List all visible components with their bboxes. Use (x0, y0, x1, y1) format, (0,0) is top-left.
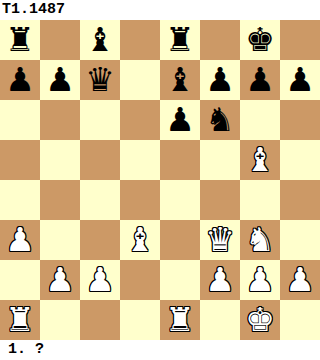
square-h1[interactable] (280, 300, 320, 340)
square-a2[interactable] (0, 260, 40, 300)
piece-white-pawn[interactable]: ♟ (245, 260, 275, 300)
square-d8[interactable] (120, 20, 160, 60)
piece-black-pawn[interactable]: ♟ (245, 60, 275, 100)
piece-white-pawn[interactable]: ♟ (5, 220, 35, 260)
piece-black-bishop[interactable]: ♝ (85, 20, 115, 60)
square-a7[interactable]: ♟ (0, 60, 40, 100)
square-h2[interactable]: ♟ (280, 260, 320, 300)
square-f1[interactable] (200, 300, 240, 340)
square-e6[interactable]: ♟ (160, 100, 200, 140)
square-d7[interactable] (120, 60, 160, 100)
puzzle-id-label: T1.1487 (0, 0, 320, 20)
piece-white-pawn[interactable]: ♟ (45, 260, 75, 300)
piece-white-bishop[interactable]: ♝ (125, 220, 155, 260)
square-f6[interactable]: ♞ (200, 100, 240, 140)
square-a1[interactable]: ♜ (0, 300, 40, 340)
square-f2[interactable]: ♟ (200, 260, 240, 300)
piece-black-bishop[interactable]: ♝ (165, 60, 195, 100)
square-c7[interactable]: ♛ (80, 60, 120, 100)
square-d1[interactable] (120, 300, 160, 340)
square-c4[interactable] (80, 180, 120, 220)
square-f8[interactable] (200, 20, 240, 60)
piece-white-rook[interactable]: ♜ (165, 300, 195, 340)
square-b7[interactable]: ♟ (40, 60, 80, 100)
square-c3[interactable] (80, 220, 120, 260)
piece-white-pawn[interactable]: ♟ (285, 260, 315, 300)
square-e1[interactable]: ♜ (160, 300, 200, 340)
square-g2[interactable]: ♟ (240, 260, 280, 300)
move-prompt: 1. ? (0, 340, 320, 360)
square-g8[interactable]: ♚ (240, 20, 280, 60)
piece-white-knight[interactable]: ♞ (245, 220, 275, 260)
square-c2[interactable]: ♟ (80, 260, 120, 300)
square-g7[interactable]: ♟ (240, 60, 280, 100)
square-b1[interactable] (40, 300, 80, 340)
square-e5[interactable] (160, 140, 200, 180)
square-f7[interactable]: ♟ (200, 60, 240, 100)
square-e2[interactable] (160, 260, 200, 300)
square-e7[interactable]: ♝ (160, 60, 200, 100)
square-g5[interactable]: ♝ (240, 140, 280, 180)
square-c5[interactable] (80, 140, 120, 180)
piece-black-rook[interactable]: ♜ (5, 20, 35, 60)
square-a5[interactable] (0, 140, 40, 180)
square-g1[interactable]: ♚ (240, 300, 280, 340)
square-g6[interactable] (240, 100, 280, 140)
square-h6[interactable] (280, 100, 320, 140)
piece-white-rook[interactable]: ♜ (5, 300, 35, 340)
square-f3[interactable]: ♛ (200, 220, 240, 260)
square-a4[interactable] (0, 180, 40, 220)
square-d5[interactable] (120, 140, 160, 180)
square-d4[interactable] (120, 180, 160, 220)
square-e3[interactable] (160, 220, 200, 260)
square-a8[interactable]: ♜ (0, 20, 40, 60)
square-g3[interactable]: ♞ (240, 220, 280, 260)
square-b4[interactable] (40, 180, 80, 220)
square-d3[interactable]: ♝ (120, 220, 160, 260)
piece-black-pawn[interactable]: ♟ (165, 100, 195, 140)
square-e4[interactable] (160, 180, 200, 220)
square-a6[interactable] (0, 100, 40, 140)
piece-white-king[interactable]: ♚ (245, 300, 275, 340)
square-b6[interactable] (40, 100, 80, 140)
square-f5[interactable] (200, 140, 240, 180)
square-a3[interactable]: ♟ (0, 220, 40, 260)
square-b3[interactable] (40, 220, 80, 260)
square-e8[interactable]: ♜ (160, 20, 200, 60)
square-d6[interactable] (120, 100, 160, 140)
piece-black-pawn[interactable]: ♟ (5, 60, 35, 100)
square-h8[interactable] (280, 20, 320, 60)
square-d2[interactable] (120, 260, 160, 300)
piece-black-king[interactable]: ♚ (245, 20, 275, 60)
square-b2[interactable]: ♟ (40, 260, 80, 300)
square-h5[interactable] (280, 140, 320, 180)
piece-black-pawn[interactable]: ♟ (285, 60, 315, 100)
square-c1[interactable] (80, 300, 120, 340)
square-h4[interactable] (280, 180, 320, 220)
piece-white-pawn[interactable]: ♟ (205, 260, 235, 300)
piece-black-rook[interactable]: ♜ (165, 20, 195, 60)
piece-white-pawn[interactable]: ♟ (85, 260, 115, 300)
piece-white-bishop[interactable]: ♝ (245, 140, 275, 180)
square-b8[interactable] (40, 20, 80, 60)
square-h7[interactable]: ♟ (280, 60, 320, 100)
square-c8[interactable]: ♝ (80, 20, 120, 60)
piece-black-queen[interactable]: ♛ (85, 60, 115, 100)
square-g4[interactable] (240, 180, 280, 220)
square-b5[interactable] (40, 140, 80, 180)
square-h3[interactable] (280, 220, 320, 260)
square-c6[interactable] (80, 100, 120, 140)
piece-black-pawn[interactable]: ♟ (45, 60, 75, 100)
piece-black-knight[interactable]: ♞ (205, 100, 235, 140)
piece-white-queen[interactable]: ♛ (205, 220, 235, 260)
chess-board: ♜♝♜♚♟♟♛♝♟♟♟♟♞♝♟♝♛♞♟♟♟♟♟♜♜♚ (0, 20, 320, 340)
square-f4[interactable] (200, 180, 240, 220)
piece-black-pawn[interactable]: ♟ (205, 60, 235, 100)
